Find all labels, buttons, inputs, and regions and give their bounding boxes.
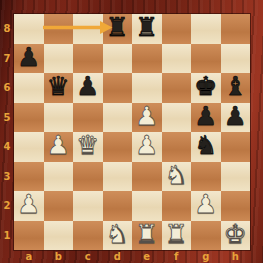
file-label-d: d — [103, 250, 133, 263]
square-b5[interactable] — [44, 103, 74, 133]
square-c2[interactable] — [73, 191, 103, 221]
black-pawn-a7[interactable]: ♟ — [17, 43, 40, 72]
square-e8[interactable]: ♜ — [132, 14, 162, 44]
square-a3[interactable] — [14, 162, 44, 192]
square-g3[interactable] — [191, 162, 221, 192]
square-b3[interactable] — [44, 162, 74, 192]
square-a7[interactable]: ♟ — [14, 44, 44, 74]
white-pawn-g2[interactable]: ♟ — [194, 190, 217, 219]
square-d7[interactable] — [103, 44, 133, 74]
white-rook-e1[interactable]: ♜ — [135, 220, 158, 249]
square-a5[interactable] — [14, 103, 44, 133]
black-rook-e8[interactable]: ♜ — [135, 13, 158, 42]
square-a4[interactable] — [14, 132, 44, 162]
rank-label-4: 4 — [0, 132, 14, 162]
square-a8[interactable] — [14, 14, 44, 44]
square-f4[interactable] — [162, 132, 192, 162]
square-c7[interactable] — [73, 44, 103, 74]
black-pawn-g5[interactable]: ♟ — [194, 102, 217, 131]
square-d5[interactable] — [103, 103, 133, 133]
white-knight-d1[interactable]: ♞ — [106, 220, 129, 249]
square-b4[interactable]: ♟ — [44, 132, 74, 162]
square-d8[interactable]: ♜ — [103, 14, 133, 44]
square-b2[interactable] — [44, 191, 74, 221]
square-h2[interactable] — [221, 191, 251, 221]
file-label-g: g — [191, 250, 221, 263]
file-label-e: e — [132, 250, 162, 263]
square-b7[interactable] — [44, 44, 74, 74]
square-c3[interactable] — [73, 162, 103, 192]
rank-label-6: 6 — [0, 73, 14, 103]
square-b1[interactable] — [44, 221, 74, 251]
square-c8[interactable] — [73, 14, 103, 44]
rank-label-5: 5 — [0, 103, 14, 133]
file-label-f: f — [162, 250, 192, 263]
black-queen-b6[interactable]: ♛ — [47, 72, 70, 101]
black-king-g6[interactable]: ♚ — [194, 72, 217, 101]
file-label-c: c — [73, 250, 103, 263]
square-d3[interactable] — [103, 162, 133, 192]
square-f7[interactable] — [162, 44, 192, 74]
square-h3[interactable] — [221, 162, 251, 192]
square-h4[interactable] — [221, 132, 251, 162]
square-h7[interactable] — [221, 44, 251, 74]
square-g4[interactable]: ♞ — [191, 132, 221, 162]
square-b8[interactable] — [44, 14, 74, 44]
rank-label-3: 3 — [0, 162, 14, 192]
white-pawn-e4[interactable]: ♟ — [135, 131, 158, 160]
white-queen-c4[interactable]: ♛ — [76, 131, 99, 160]
square-h1[interactable]: ♚ — [221, 221, 251, 251]
square-c6[interactable]: ♟ — [73, 73, 103, 103]
square-f2[interactable] — [162, 191, 192, 221]
square-g1[interactable] — [191, 221, 221, 251]
square-a6[interactable] — [14, 73, 44, 103]
square-g7[interactable] — [191, 44, 221, 74]
chess-board-screenshot: ♜♜♟♛♟♚♝♟♟♟♟♛♟♞♞♟♟♞♜♜♚ 87654321 abcdefgh — [0, 0, 263, 263]
white-pawn-e5[interactable]: ♟ — [135, 102, 158, 131]
white-rook-f1[interactable]: ♜ — [165, 220, 188, 249]
white-pawn-a2[interactable]: ♟ — [17, 190, 40, 219]
white-knight-f3[interactable]: ♞ — [165, 161, 188, 190]
square-e3[interactable] — [132, 162, 162, 192]
black-pawn-h5[interactable]: ♟ — [224, 102, 247, 131]
file-label-b: b — [44, 250, 74, 263]
square-h8[interactable] — [221, 14, 251, 44]
rank-label-7: 7 — [0, 44, 14, 74]
square-f3[interactable]: ♞ — [162, 162, 192, 192]
square-f5[interactable] — [162, 103, 192, 133]
rank-label-2: 2 — [0, 191, 14, 221]
square-f8[interactable] — [162, 14, 192, 44]
square-h6[interactable]: ♝ — [221, 73, 251, 103]
square-d1[interactable]: ♞ — [103, 221, 133, 251]
square-e2[interactable] — [132, 191, 162, 221]
black-bishop-h6[interactable]: ♝ — [224, 72, 247, 101]
square-e4[interactable]: ♟ — [132, 132, 162, 162]
square-e7[interactable] — [132, 44, 162, 74]
square-g8[interactable] — [191, 14, 221, 44]
white-king-h1[interactable]: ♚ — [224, 220, 247, 249]
square-d4[interactable] — [103, 132, 133, 162]
square-c4[interactable]: ♛ — [73, 132, 103, 162]
square-b6[interactable]: ♛ — [44, 73, 74, 103]
square-g6[interactable]: ♚ — [191, 73, 221, 103]
square-d2[interactable] — [103, 191, 133, 221]
black-pawn-c6[interactable]: ♟ — [76, 72, 99, 101]
rank-label-1: 1 — [0, 221, 14, 251]
file-label-a: a — [14, 250, 44, 263]
square-f6[interactable] — [162, 73, 192, 103]
square-c1[interactable] — [73, 221, 103, 251]
black-rook-d8[interactable]: ♜ — [106, 13, 129, 42]
square-a1[interactable] — [14, 221, 44, 251]
rank-label-8: 8 — [0, 14, 14, 44]
square-g2[interactable]: ♟ — [191, 191, 221, 221]
square-e5[interactable]: ♟ — [132, 103, 162, 133]
square-f1[interactable]: ♜ — [162, 221, 192, 251]
square-e1[interactable]: ♜ — [132, 221, 162, 251]
square-h5[interactable]: ♟ — [221, 103, 251, 133]
file-label-h: h — [221, 250, 251, 263]
square-g5[interactable]: ♟ — [191, 103, 221, 133]
square-e6[interactable] — [132, 73, 162, 103]
square-c5[interactable] — [73, 103, 103, 133]
square-d6[interactable] — [103, 73, 133, 103]
white-pawn-b4[interactable]: ♟ — [47, 131, 70, 160]
black-knight-g4[interactable]: ♞ — [194, 131, 217, 160]
board[interactable]: ♜♜♟♛♟♚♝♟♟♟♟♛♟♞♞♟♟♞♜♜♚ — [14, 14, 250, 250]
square-a2[interactable]: ♟ — [14, 191, 44, 221]
